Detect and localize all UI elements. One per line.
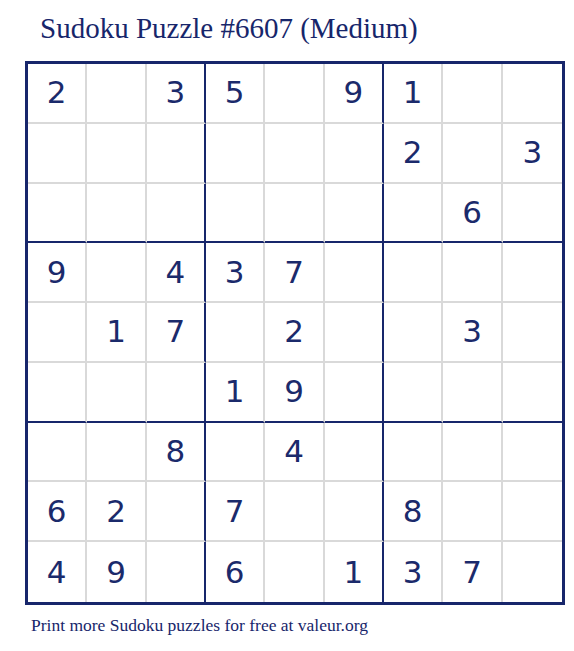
cell-r7c6[interactable] bbox=[325, 423, 384, 483]
cell-r2c2[interactable] bbox=[87, 124, 146, 184]
cell-r6c6[interactable] bbox=[325, 363, 384, 423]
cell-r3c5[interactable] bbox=[265, 184, 324, 244]
cell-r6c9[interactable] bbox=[503, 363, 562, 423]
cell-r7c4[interactable] bbox=[206, 423, 265, 483]
cell-r2c3[interactable] bbox=[147, 124, 206, 184]
cell-r6c4: 1 bbox=[206, 363, 265, 423]
cell-r6c1[interactable] bbox=[28, 363, 87, 423]
cell-r9c5[interactable] bbox=[265, 542, 324, 602]
cell-r9c9[interactable] bbox=[503, 542, 562, 602]
cell-r8c4: 7 bbox=[206, 482, 265, 542]
cell-r3c2[interactable] bbox=[87, 184, 146, 244]
cell-r6c5: 9 bbox=[265, 363, 324, 423]
footer-text: Print more Sudoku puzzles for free at va… bbox=[31, 615, 368, 636]
cell-r2c8[interactable] bbox=[443, 124, 502, 184]
cell-r6c3[interactable] bbox=[147, 363, 206, 423]
cell-r8c8[interactable] bbox=[443, 482, 502, 542]
cell-r6c7[interactable] bbox=[384, 363, 443, 423]
cell-r3c4[interactable] bbox=[206, 184, 265, 244]
cell-r5c4[interactable] bbox=[206, 303, 265, 363]
cell-r7c2[interactable] bbox=[87, 423, 146, 483]
cell-r4c3: 4 bbox=[147, 243, 206, 303]
cell-r1c8[interactable] bbox=[443, 64, 502, 124]
cell-r5c9[interactable] bbox=[503, 303, 562, 363]
cell-r2c6[interactable] bbox=[325, 124, 384, 184]
cell-r1c9[interactable] bbox=[503, 64, 562, 124]
cell-r4c7[interactable] bbox=[384, 243, 443, 303]
cell-r4c6[interactable] bbox=[325, 243, 384, 303]
cell-r4c2[interactable] bbox=[87, 243, 146, 303]
cell-r9c1: 4 bbox=[28, 542, 87, 602]
cell-r5c2: 1 bbox=[87, 303, 146, 363]
cell-r1c6: 9 bbox=[325, 64, 384, 124]
page-title: Sudoku Puzzle #6607 (Medium) bbox=[40, 12, 418, 45]
cell-r2c4[interactable] bbox=[206, 124, 265, 184]
cell-r3c7[interactable] bbox=[384, 184, 443, 244]
cell-r9c3[interactable] bbox=[147, 542, 206, 602]
cell-r1c3: 3 bbox=[147, 64, 206, 124]
cell-r1c5[interactable] bbox=[265, 64, 324, 124]
cell-r8c9[interactable] bbox=[503, 482, 562, 542]
cell-r9c8: 7 bbox=[443, 542, 502, 602]
cell-r5c7[interactable] bbox=[384, 303, 443, 363]
cell-r8c7: 8 bbox=[384, 482, 443, 542]
cell-r5c6[interactable] bbox=[325, 303, 384, 363]
cell-r3c1[interactable] bbox=[28, 184, 87, 244]
cell-r4c1: 9 bbox=[28, 243, 87, 303]
cell-r2c5[interactable] bbox=[265, 124, 324, 184]
cell-r3c6[interactable] bbox=[325, 184, 384, 244]
cell-r1c7: 1 bbox=[384, 64, 443, 124]
cell-r9c7: 3 bbox=[384, 542, 443, 602]
sudoku-board: 235912369437172319846278496137 bbox=[25, 61, 565, 605]
cell-r5c3: 7 bbox=[147, 303, 206, 363]
cell-r9c6: 1 bbox=[325, 542, 384, 602]
cell-r4c4: 3 bbox=[206, 243, 265, 303]
cell-r2c1[interactable] bbox=[28, 124, 87, 184]
cell-r6c2[interactable] bbox=[87, 363, 146, 423]
cell-r2c7: 2 bbox=[384, 124, 443, 184]
cell-r7c9[interactable] bbox=[503, 423, 562, 483]
cell-r4c8[interactable] bbox=[443, 243, 502, 303]
cell-r5c1[interactable] bbox=[28, 303, 87, 363]
cell-r1c4: 5 bbox=[206, 64, 265, 124]
cell-r7c1[interactable] bbox=[28, 423, 87, 483]
cell-r9c2: 9 bbox=[87, 542, 146, 602]
sudoku-page: Sudoku Puzzle #6607 (Medium) 23591236943… bbox=[0, 0, 574, 651]
cell-r6c8[interactable] bbox=[443, 363, 502, 423]
cell-r8c5[interactable] bbox=[265, 482, 324, 542]
cell-r7c8[interactable] bbox=[443, 423, 502, 483]
cell-r8c2: 2 bbox=[87, 482, 146, 542]
cell-r9c4: 6 bbox=[206, 542, 265, 602]
cell-r2c9: 3 bbox=[503, 124, 562, 184]
cell-r3c8: 6 bbox=[443, 184, 502, 244]
cell-r5c8: 3 bbox=[443, 303, 502, 363]
cell-r7c5: 4 bbox=[265, 423, 324, 483]
cell-r5c5: 2 bbox=[265, 303, 324, 363]
cell-r3c3[interactable] bbox=[147, 184, 206, 244]
cell-r1c1: 2 bbox=[28, 64, 87, 124]
cell-r4c9[interactable] bbox=[503, 243, 562, 303]
cell-r3c9[interactable] bbox=[503, 184, 562, 244]
cell-r7c7[interactable] bbox=[384, 423, 443, 483]
cell-r8c6[interactable] bbox=[325, 482, 384, 542]
cell-r1c2[interactable] bbox=[87, 64, 146, 124]
cell-r8c1: 6 bbox=[28, 482, 87, 542]
cell-r8c3[interactable] bbox=[147, 482, 206, 542]
cell-r7c3: 8 bbox=[147, 423, 206, 483]
cell-r4c5: 7 bbox=[265, 243, 324, 303]
